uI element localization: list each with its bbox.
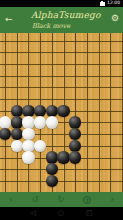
- black-stone: [22, 105, 34, 117]
- android-nav-bar: ◁ ○ ▢: [0, 207, 123, 220]
- board-grid-hline: [0, 52, 123, 53]
- redo-button[interactable]: ↻: [58, 196, 65, 204]
- status-clock: 12:00: [107, 1, 120, 6]
- hint-button[interactable]: ?: [83, 196, 91, 204]
- board-grid-hline: [0, 87, 123, 88]
- black-stone: [69, 151, 81, 163]
- white-stone: [22, 128, 34, 140]
- black-stone: [57, 105, 69, 117]
- app-title: AlphaTsumego: [31, 10, 101, 20]
- white-stone: [34, 140, 46, 152]
- board-grid-vline: [75, 33, 76, 192]
- black-stone: [46, 163, 58, 175]
- black-stone: [34, 105, 46, 117]
- black-stone: [46, 151, 58, 163]
- white-stone: [46, 116, 58, 128]
- next-move-button[interactable]: ›: [110, 195, 114, 204]
- black-stone: [46, 105, 58, 117]
- white-stone: [22, 151, 34, 163]
- back-arrow-icon[interactable]: ←: [5, 15, 13, 24]
- battery-icon: [100, 2, 105, 6]
- status-bar: 12:00: [0, 0, 123, 7]
- black-stone: [11, 128, 23, 140]
- black-stone: [0, 128, 11, 140]
- black-stone: [69, 116, 81, 128]
- go-board[interactable]: [0, 33, 123, 192]
- board-grid-vline: [110, 33, 111, 192]
- board-grid-vline: [87, 33, 88, 192]
- board-grid-vline: [99, 33, 100, 192]
- undo-button[interactable]: ↺: [32, 196, 39, 204]
- app-bar: ← AlphaTsumego Black move ⚙: [0, 7, 123, 33]
- black-stone: [11, 105, 23, 117]
- board-grid-hline: [0, 169, 123, 170]
- white-stone: [22, 140, 34, 152]
- nav-recents-icon[interactable]: ▢: [86, 210, 93, 217]
- bottom-toolbar: ‹ ↺ ↻ ? ›: [0, 192, 123, 207]
- board-grid-hline: [0, 41, 123, 42]
- white-stone: [34, 116, 46, 128]
- board-grid-hline: [0, 76, 123, 77]
- board-grid-hline: [0, 99, 123, 100]
- settings-gear-icon[interactable]: ⚙: [111, 14, 119, 23]
- prev-move-button[interactable]: ‹: [9, 195, 13, 204]
- black-stone: [46, 175, 58, 187]
- board-grid-hline: [0, 64, 123, 65]
- white-stone: [11, 140, 23, 152]
- board-grid-vline: [5, 33, 6, 192]
- board-grid-vline: [122, 33, 123, 192]
- black-stone: [11, 116, 23, 128]
- turn-indicator: Black move: [32, 22, 70, 30]
- app-screen: 12:00 ← AlphaTsumego Black move ⚙ ‹ ↺ ↻ …: [0, 0, 123, 220]
- white-stone: [0, 116, 11, 128]
- black-stone: [69, 140, 81, 152]
- nav-back-icon[interactable]: ◁: [30, 210, 35, 217]
- black-stone: [57, 151, 69, 163]
- black-stone: [69, 128, 81, 140]
- nav-home-icon[interactable]: ○: [58, 210, 64, 217]
- board-grid-hline: [0, 181, 123, 182]
- white-stone: [22, 116, 34, 128]
